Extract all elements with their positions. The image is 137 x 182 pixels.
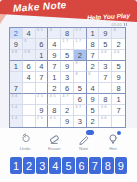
cell-r1c9[interactable]: 6	[112, 28, 125, 39]
timer-value: 01:01	[112, 22, 122, 27]
cell-r9c9[interactable]	[112, 116, 125, 127]
numpad-key-3[interactable]: 3	[36, 157, 48, 174]
cell-r4c3[interactable]: 4	[36, 61, 49, 72]
pencil-notes: 46	[101, 106, 108, 110]
cell-r8c7[interactable]: 5	[87, 105, 100, 116]
cell-r2c7[interactable]: 8	[87, 39, 100, 50]
cell-r4c4[interactable]: 7	[48, 61, 61, 72]
cell-r6c6[interactable]: 5	[74, 83, 87, 94]
pencil-notes: 17	[75, 40, 82, 44]
pencil-notes: 45	[50, 95, 57, 99]
given-digit: 1	[14, 62, 18, 71]
cell-r3c2[interactable]: 38	[23, 50, 36, 61]
given-digit: 7	[103, 73, 107, 82]
cell-r4c6[interactable]: 8	[74, 61, 87, 72]
given-digit: 8	[52, 106, 56, 115]
cell-r5c8[interactable]: 7	[99, 72, 112, 83]
cell-r9c1[interactable]: 14	[10, 116, 23, 127]
pencil-notes: 45	[50, 117, 57, 121]
pencil-notes: 6	[88, 73, 92, 77]
pencil-notes: 6	[114, 29, 118, 33]
cell-r2c2[interactable]: 3	[23, 39, 36, 50]
cell-r6c2[interactable]	[23, 83, 36, 94]
numpad-key-9[interactable]: 9	[115, 157, 127, 174]
given-digit: 3	[103, 62, 107, 71]
cell-r3c8[interactable]: 46	[99, 50, 112, 61]
cell-r1c5[interactable]: 8	[61, 28, 74, 39]
pencil-notes: 34	[12, 95, 19, 99]
cell-r8c3[interactable]: 9	[36, 105, 49, 116]
cell-r4c9[interactable]: 5	[112, 61, 125, 72]
cell-r2c8[interactable]: 5	[99, 39, 112, 50]
given-digit: 6	[65, 84, 69, 93]
number-pad: 123456789	[10, 157, 127, 174]
given-digit: 4	[27, 29, 31, 38]
given-digit: 6	[27, 62, 31, 71]
cell-r8c2[interactable]	[23, 105, 36, 116]
cell-r9c8[interactable]: 46	[99, 116, 112, 127]
given-digit: 1	[117, 95, 121, 104]
cell-r3c1[interactable]: 38	[10, 50, 23, 61]
cell-r7c8[interactable]: 8	[99, 94, 112, 105]
note-label: Note	[79, 146, 88, 151]
cell-r9c5[interactable]: 9	[61, 116, 74, 127]
cell-r6c7[interactable]: 4	[87, 83, 100, 94]
cell-r6c8[interactable]	[99, 83, 112, 94]
pencil-notes: 25	[37, 95, 44, 99]
numpad-key-8[interactable]: 8	[102, 157, 114, 174]
given-digit: 6	[78, 95, 82, 104]
given-digit: 8	[117, 84, 121, 93]
hint-badge	[117, 131, 122, 136]
given-digit: 5	[103, 40, 107, 49]
game-status-bar: 01:01	[112, 22, 127, 27]
cell-r3c9[interactable]: 46	[112, 50, 125, 61]
cell-r4c5[interactable]: 9	[61, 61, 74, 72]
cell-r6c1[interactable]: 7	[10, 83, 23, 94]
given-digit: 4	[39, 62, 43, 71]
cell-r8c5[interactable]: 2	[61, 105, 74, 116]
cell-r2c5[interactable]: 17	[61, 39, 74, 50]
cell-r5c9[interactable]: 9	[112, 72, 125, 83]
given-digit: 5	[78, 84, 82, 93]
given-digit: 8	[103, 95, 107, 104]
cell-r1c6[interactable]: 57	[74, 28, 87, 39]
cell-r7c9[interactable]: 1	[112, 94, 125, 105]
cell-r4c2[interactable]: 6	[23, 61, 36, 72]
cell-r8c1[interactable]: 14	[10, 105, 23, 116]
pencil-notes: 47	[63, 95, 70, 99]
given-digit: 9	[65, 62, 69, 71]
given-digit: 1	[52, 73, 56, 82]
cell-r4c7[interactable]: 2	[87, 61, 100, 72]
pencil-notes: 3	[24, 40, 28, 44]
note-on-badge	[86, 130, 94, 135]
given-digit: 2	[65, 106, 69, 115]
cell-r5c7[interactable]: 6	[87, 72, 100, 83]
cell-r7c4[interactable]: 45	[48, 94, 61, 105]
given-digit: 2	[52, 84, 56, 93]
cell-r9c3[interactable]: 25	[36, 116, 49, 127]
pencil-notes: 17	[63, 40, 70, 44]
given-digit: 9	[52, 51, 56, 60]
user-digit: 2	[14, 29, 18, 38]
numpad-key-5[interactable]: 5	[62, 157, 74, 174]
given-digit: 5	[65, 51, 69, 60]
cell-r5c2[interactable]: 4	[23, 72, 36, 83]
cell-r4c1[interactable]: 1	[10, 61, 23, 72]
toolbar: Undo Eraser Note	[13, 132, 125, 151]
given-digit: 4	[52, 40, 56, 49]
cell-r2c4[interactable]: 4	[48, 39, 61, 50]
cell-r3c3[interactable]: 1	[36, 50, 49, 61]
hint-button[interactable]: Hint	[101, 132, 125, 151]
cell-r1c7[interactable]: 1	[87, 28, 100, 39]
numpad-key-4[interactable]: 4	[49, 157, 61, 174]
cell-r4c8[interactable]: 3	[99, 61, 112, 72]
given-digit: 4	[27, 73, 31, 82]
numpad-key-7[interactable]: 7	[89, 157, 101, 174]
given-digit: 8	[90, 40, 94, 49]
given-digit: 9	[65, 117, 69, 126]
given-digit: 4	[90, 84, 94, 93]
pencil-notes: 14	[12, 106, 19, 110]
cell-r8c8[interactable]: 46	[99, 105, 112, 116]
cell-r7c2[interactable]	[23, 94, 36, 105]
cell-r7c1[interactable]: 34	[10, 94, 23, 105]
cell-r9c2[interactable]	[23, 116, 36, 127]
cell-r3c7[interactable]: 7	[87, 50, 100, 61]
given-digit: 2	[90, 62, 94, 71]
given-digit: 3	[65, 73, 69, 82]
given-digit: 1	[90, 29, 94, 38]
given-digit: 9	[90, 95, 94, 104]
cell-r3c4[interactable]: 9	[48, 50, 61, 61]
pencil-notes: 38	[12, 51, 19, 55]
eraser-icon	[48, 132, 61, 145]
pencil-notes: 8	[75, 73, 79, 77]
pause-icon[interactable]	[124, 23, 127, 26]
given-digit: 2	[117, 40, 121, 49]
pencil-notes: 38	[24, 51, 31, 55]
given-digit: 5	[117, 62, 121, 71]
given-digit: 5	[90, 106, 94, 115]
pencil-notes: 47	[75, 106, 82, 110]
cell-r1c2[interactable]: 4	[23, 28, 36, 39]
given-digit: 9	[103, 29, 107, 38]
pencil-notes: 3	[50, 29, 54, 33]
cell-r6c3[interactable]	[36, 83, 49, 94]
hint-label: Hint	[109, 146, 117, 151]
cell-r7c7[interactable]: 9	[87, 94, 100, 105]
pencil-notes: 8	[75, 62, 79, 66]
given-digit: 6	[39, 40, 43, 49]
cell-r1c3[interactable]: 35	[36, 28, 49, 39]
given-digit: 9	[39, 106, 43, 115]
cell-r7c5[interactable]: 47	[61, 94, 74, 105]
cell-r5c3[interactable]: 7	[36, 72, 49, 83]
cell-r5c4[interactable]: 1	[48, 72, 61, 83]
pencil-notes: 25	[37, 117, 44, 121]
cell-r3c6[interactable]: 2	[74, 50, 87, 61]
undo-button[interactable]: Undo	[13, 132, 37, 151]
given-digit: 1	[39, 51, 43, 60]
cell-r1c8[interactable]: 9	[99, 28, 112, 39]
cell-r1c1[interactable]: 2	[10, 28, 23, 39]
pencil-icon	[77, 132, 90, 145]
given-digit: 7	[14, 84, 18, 93]
cell-r2c1[interactable]: 9	[10, 39, 23, 50]
cell-r8c9[interactable]: 7	[112, 105, 125, 116]
cell-r9c4[interactable]: 45	[48, 116, 61, 127]
cell-r6c5[interactable]: 6	[61, 83, 74, 94]
pencil-notes: 46	[101, 117, 108, 121]
given-digit: 2	[78, 51, 82, 60]
pencil-notes: 35	[37, 29, 44, 33]
given-digit: 9	[117, 73, 121, 82]
cell-r9c7[interactable]: 2	[87, 116, 100, 127]
cell-r5c5[interactable]: 3	[61, 72, 74, 83]
cell-r6c4[interactable]: 2	[48, 83, 61, 94]
undo-label: Undo	[20, 146, 30, 151]
numpad-key-2[interactable]: 2	[23, 157, 35, 174]
cell-r8c4[interactable]: 8	[48, 105, 61, 116]
pencil-notes: 46	[114, 51, 121, 55]
cell-r2c3[interactable]: 6	[36, 39, 49, 50]
note-button[interactable]: Note	[72, 132, 96, 151]
cell-r7c6[interactable]: 6	[74, 94, 87, 105]
given-digit: 7	[90, 51, 94, 60]
given-digit: 7	[117, 106, 121, 115]
cell-r8c6[interactable]: 47	[74, 105, 87, 116]
cell-r2c6[interactable]: 17	[74, 39, 87, 50]
eraser-button[interactable]: Eraser	[42, 132, 66, 151]
cell-r6c9[interactable]: 8	[112, 83, 125, 94]
cell-r7c3[interactable]: 25	[36, 94, 49, 105]
given-digit: 9	[14, 40, 18, 49]
pencil-notes: 46	[101, 51, 108, 55]
bulb-icon	[106, 132, 119, 145]
given-digit: 7	[52, 62, 56, 71]
cell-r1c4[interactable]: 3	[48, 28, 61, 39]
numpad-key-6[interactable]: 6	[76, 157, 88, 174]
pencil-notes: 14	[12, 117, 19, 121]
cell-r5c6[interactable]: 8	[74, 72, 87, 83]
cell-r5c1[interactable]	[10, 72, 23, 83]
given-digit: 8	[65, 29, 69, 38]
app-card: Make Note Help You Play 01:01 2435385719…	[0, 0, 137, 182]
given-digit: 3	[78, 117, 82, 126]
given-digit: 2	[90, 117, 94, 126]
cell-r9c6[interactable]: 3	[74, 116, 87, 127]
eraser-label: Eraser	[48, 146, 61, 151]
undo-icon	[19, 132, 32, 145]
pencil-notes: 57	[75, 29, 82, 33]
numpad-key-1[interactable]: 1	[10, 157, 22, 174]
given-digit: 7	[39, 73, 43, 82]
sudoku-board: 2435385719693641717852383819527464616479…	[9, 27, 126, 128]
cell-r3c5[interactable]: 5	[61, 50, 74, 61]
cell-r2c9[interactable]: 2	[112, 39, 125, 50]
